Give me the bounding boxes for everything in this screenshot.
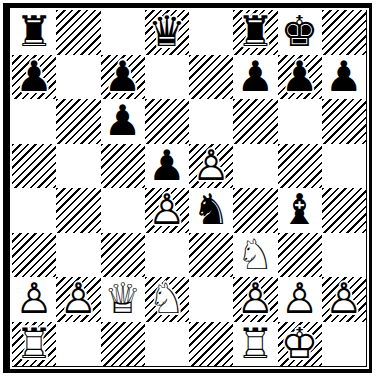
square-g1[interactable]: ♚♔ [278,322,322,367]
square-d1[interactable] [145,322,189,367]
piece-outline: ♙ [56,277,100,322]
square-c4[interactable] [101,188,145,233]
square-h6[interactable] [322,99,366,144]
square-g4[interactable]: ♝ [278,188,322,233]
piece-silhouette: ♛ [145,10,189,55]
piece-silhouette: ♜ [233,10,277,55]
square-f2[interactable]: ♟♙ [233,277,277,322]
square-b8[interactable] [56,10,100,55]
piece-outline: ♘ [145,277,189,322]
black-pawn-h7: ♟ [322,55,366,100]
square-g3[interactable] [278,233,322,278]
white-rook-f1: ♜♖ [233,322,277,367]
square-h7[interactable]: ♟ [322,55,366,100]
square-a7[interactable]: ♟ [12,55,56,100]
square-f6[interactable] [233,99,277,144]
piece-silhouette: ♟ [278,55,322,100]
square-a8[interactable]: ♜ [12,10,56,55]
square-a5[interactable] [12,144,56,189]
square-a6[interactable] [12,99,56,144]
chess-board: ♜♛♜♚♟♟♟♟♟♟♟♟♙♟♙♞♝♞♘♟♙♟♙♛♕♞♘♟♙♟♙♟♙♜♖♜♖♚♔ [12,10,367,367]
piece-silhouette: ♞ [189,188,233,233]
piece-silhouette: ♜ [12,10,56,55]
piece-silhouette: ♟ [145,144,189,189]
piece-silhouette: ♚ [278,10,322,55]
square-f3[interactable]: ♞♘ [233,233,277,278]
board-frame: ♜♛♜♚♟♟♟♟♟♟♟♟♙♟♙♞♝♞♘♟♙♟♙♛♕♞♘♟♙♟♙♟♙♜♖♜♖♚♔ [3,3,372,373]
square-g6[interactable] [278,99,322,144]
square-c7[interactable]: ♟ [101,55,145,100]
white-knight-d2: ♞♘ [145,277,189,322]
square-b3[interactable] [56,233,100,278]
piece-outline: ♖ [233,322,277,367]
square-d8[interactable]: ♛ [145,10,189,55]
black-pawn-d5: ♟ [145,144,189,189]
piece-outline: ♙ [322,277,366,322]
square-e5[interactable]: ♟♙ [189,144,233,189]
piece-silhouette: ♟ [101,99,145,144]
piece-outline: ♕ [101,277,145,322]
square-c5[interactable] [101,144,145,189]
square-h4[interactable] [322,188,366,233]
square-a3[interactable] [12,233,56,278]
square-e8[interactable] [189,10,233,55]
white-queen-c2: ♛♕ [101,277,145,322]
square-d2[interactable]: ♞♘ [145,277,189,322]
square-h3[interactable] [322,233,366,278]
black-pawn-c6: ♟ [101,99,145,144]
square-g2[interactable]: ♟♙ [278,277,322,322]
piece-outline: ♘ [233,233,277,278]
square-e3[interactable] [189,233,233,278]
square-c2[interactable]: ♛♕ [101,277,145,322]
square-c3[interactable] [101,233,145,278]
square-f4[interactable] [233,188,277,233]
square-b6[interactable] [56,99,100,144]
white-pawn-g2: ♟♙ [278,277,322,322]
white-pawn-d4: ♟♙ [145,188,189,233]
square-c1[interactable] [101,322,145,367]
square-b2[interactable]: ♟♙ [56,277,100,322]
white-knight-f3: ♞♘ [233,233,277,278]
square-d7[interactable] [145,55,189,100]
square-f1[interactable]: ♜♖ [233,322,277,367]
white-pawn-h2: ♟♙ [322,277,366,322]
square-b7[interactable] [56,55,100,100]
black-king-g8: ♚ [278,10,322,55]
black-pawn-c7: ♟ [101,55,145,100]
black-rook-a8: ♜ [12,10,56,55]
piece-silhouette: ♟ [233,55,277,100]
square-d6[interactable] [145,99,189,144]
square-a1[interactable]: ♜♖ [12,322,56,367]
black-queen-d8: ♛ [145,10,189,55]
piece-outline: ♖ [12,322,56,367]
square-e4[interactable]: ♞ [189,188,233,233]
piece-outline: ♙ [233,277,277,322]
piece-silhouette: ♟ [12,55,56,100]
square-e2[interactable] [189,277,233,322]
square-h1[interactable] [322,322,366,367]
piece-outline: ♔ [278,322,322,367]
square-h5[interactable] [322,144,366,189]
piece-outline: ♙ [189,144,233,189]
black-pawn-f7: ♟ [233,55,277,100]
square-g8[interactable]: ♚ [278,10,322,55]
white-king-g1: ♚♔ [278,322,322,367]
square-d5[interactable]: ♟ [145,144,189,189]
black-pawn-a7: ♟ [12,55,56,100]
white-pawn-a2: ♟♙ [12,277,56,322]
square-f7[interactable]: ♟ [233,55,277,100]
square-b4[interactable] [56,188,100,233]
square-h2[interactable]: ♟♙ [322,277,366,322]
piece-outline: ♙ [145,188,189,233]
square-c8[interactable] [101,10,145,55]
piece-outline: ♙ [12,277,56,322]
square-d3[interactable] [145,233,189,278]
black-pawn-g7: ♟ [278,55,322,100]
white-pawn-b2: ♟♙ [56,277,100,322]
white-pawn-f2: ♟♙ [233,277,277,322]
black-rook-f8: ♜ [233,10,277,55]
square-a4[interactable] [12,188,56,233]
white-pawn-e5: ♟♙ [189,144,233,189]
square-g7[interactable]: ♟ [278,55,322,100]
black-bishop-g4: ♝ [278,188,322,233]
piece-silhouette: ♟ [322,55,366,100]
square-h8[interactable] [322,10,366,55]
square-g5[interactable] [278,144,322,189]
square-b5[interactable] [56,144,100,189]
square-f5[interactable] [233,144,277,189]
square-f8[interactable]: ♜ [233,10,277,55]
square-c6[interactable]: ♟ [101,99,145,144]
piece-outline: ♙ [278,277,322,322]
square-b1[interactable] [56,322,100,367]
square-d4[interactable]: ♟♙ [145,188,189,233]
black-knight-e4: ♞ [189,188,233,233]
square-e7[interactable] [189,55,233,100]
white-rook-a1: ♜♖ [12,322,56,367]
piece-silhouette: ♟ [101,55,145,100]
chess-board-diagram: ♜♛♜♚♟♟♟♟♟♟♟♟♙♟♙♞♝♞♘♟♙♟♙♛♕♞♘♟♙♟♙♟♙♜♖♜♖♚♔ [0,0,378,378]
piece-silhouette: ♝ [278,188,322,233]
square-e1[interactable] [189,322,233,367]
square-a2[interactable]: ♟♙ [12,277,56,322]
square-e6[interactable] [189,99,233,144]
